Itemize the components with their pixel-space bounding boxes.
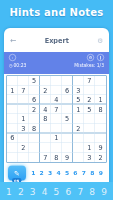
sudoku-cell[interactable] bbox=[40, 143, 51, 153]
numpad-digit[interactable]: 5 bbox=[54, 186, 60, 197]
notes-digit[interactable]: 9 bbox=[99, 170, 103, 177]
numpad-digit[interactable]: 7 bbox=[77, 186, 83, 197]
sudoku-cell[interactable] bbox=[73, 143, 84, 153]
sudoku-cell[interactable] bbox=[62, 95, 73, 105]
notes-digit-row: 123456789 bbox=[29, 170, 105, 177]
sudoku-cell[interactable]: 2 bbox=[73, 124, 84, 134]
notes-digit[interactable]: 1 bbox=[31, 170, 35, 177]
notes-digit[interactable]: 7 bbox=[82, 170, 86, 177]
navbar: ← Expert ⚙ bbox=[4, 28, 109, 52]
numpad-digit[interactable]: 6 bbox=[65, 186, 71, 197]
sudoku-cell[interactable] bbox=[84, 124, 95, 134]
sudoku-cell[interactable]: 5 bbox=[62, 114, 73, 124]
sudoku-cell[interactable] bbox=[7, 114, 18, 124]
sudoku-cell[interactable]: 6 bbox=[7, 133, 18, 143]
sudoku-cell[interactable]: 7 bbox=[84, 76, 95, 86]
screen: Hints and Notes ← Expert ⚙ ‹ ⚙ ‖ ◷ 00:23 bbox=[0, 0, 113, 200]
sudoku-cell[interactable] bbox=[18, 76, 29, 86]
sudoku-cell[interactable] bbox=[7, 95, 18, 105]
sudoku-cell[interactable] bbox=[51, 86, 62, 96]
sudoku-cell[interactable] bbox=[73, 114, 84, 124]
sudoku-cell[interactable]: 1 bbox=[84, 143, 95, 153]
sudoku-cell[interactable]: 1 bbox=[7, 86, 18, 96]
numpad-digit[interactable]: 3 bbox=[30, 186, 36, 197]
sudoku-cell[interactable]: 4 bbox=[40, 105, 51, 115]
sudoku-cell[interactable] bbox=[7, 124, 18, 134]
timer-value: 00:23 bbox=[13, 63, 26, 68]
sudoku-cell[interactable] bbox=[62, 143, 73, 153]
sudoku-cell[interactable]: 1 bbox=[18, 114, 29, 124]
sudoku-cell[interactable] bbox=[7, 143, 18, 153]
gear-icon[interactable]: ⚙ bbox=[87, 54, 94, 61]
sudoku-cell[interactable] bbox=[73, 76, 84, 86]
sudoku-cell[interactable] bbox=[95, 86, 106, 96]
sudoku-board: 5717263645212471581853826121978932 bbox=[6, 75, 107, 163]
notes-toggle-button[interactable]: ✎ ON bbox=[8, 166, 26, 181]
sudoku-cell[interactable]: 6 bbox=[62, 86, 73, 96]
sudoku-cell[interactable] bbox=[40, 76, 51, 86]
sudoku-cell[interactable] bbox=[29, 152, 40, 162]
sudoku-cell[interactable] bbox=[40, 95, 51, 105]
sudoku-cell[interactable] bbox=[29, 86, 40, 96]
sudoku-cell[interactable] bbox=[62, 105, 73, 115]
sudoku-cell[interactable]: 1 bbox=[95, 95, 106, 105]
sudoku-cell[interactable] bbox=[84, 114, 95, 124]
sudoku-cell[interactable] bbox=[51, 124, 62, 134]
clock-icon: ◷ bbox=[9, 63, 12, 68]
sudoku-cell[interactable]: 5 bbox=[29, 76, 40, 86]
sudoku-cell[interactable]: 3 bbox=[73, 86, 84, 96]
sudoku-cell[interactable]: 8 bbox=[95, 105, 106, 115]
sudoku-cell[interactable]: 5 bbox=[73, 95, 84, 105]
numpad-digit[interactable]: 9 bbox=[101, 186, 107, 197]
sudoku-cell[interactable] bbox=[95, 114, 106, 124]
sudoku-cell[interactable] bbox=[29, 143, 40, 153]
notes-digit[interactable]: 5 bbox=[65, 170, 69, 177]
sudoku-cell[interactable]: 8 bbox=[51, 152, 62, 162]
sudoku-cell[interactable] bbox=[18, 95, 29, 105]
notes-row: ✎ ON 123456789 bbox=[4, 163, 109, 183]
sudoku-cell[interactable] bbox=[84, 86, 95, 96]
sudoku-cell[interactable]: 8 bbox=[29, 124, 40, 134]
sudoku-cell[interactable] bbox=[62, 76, 73, 86]
back-arrow-icon[interactable]: ← bbox=[10, 36, 16, 45]
difficulty-label: Expert bbox=[45, 36, 69, 44]
sudoku-cell[interactable] bbox=[18, 105, 29, 115]
sudoku-cell[interactable]: 6 bbox=[29, 95, 40, 105]
sudoku-cell[interactable] bbox=[51, 143, 62, 153]
sudoku-cell[interactable] bbox=[51, 76, 62, 86]
sudoku-cell[interactable] bbox=[73, 152, 84, 162]
pencil-icon: ✎ bbox=[14, 169, 20, 177]
numpad-digit[interactable]: 2 bbox=[18, 186, 24, 197]
sudoku-cell[interactable] bbox=[62, 133, 73, 143]
number-pad: 123456789 bbox=[0, 182, 113, 200]
sudoku-cell[interactable]: 1 bbox=[51, 133, 62, 143]
sudoku-cell[interactable] bbox=[95, 133, 106, 143]
sudoku-cell[interactable]: 2 bbox=[84, 95, 95, 105]
sudoku-cell[interactable]: 2 bbox=[40, 86, 51, 96]
timer: ◷ 00:23 bbox=[9, 63, 26, 68]
sudoku-cell[interactable]: 7 bbox=[18, 86, 29, 96]
sudoku-cell[interactable] bbox=[29, 114, 40, 124]
sudoku-cell[interactable] bbox=[51, 114, 62, 124]
sudoku-cell[interactable] bbox=[40, 124, 51, 134]
sudoku-cell[interactable] bbox=[73, 133, 84, 143]
undo-back-icon[interactable]: ‹ bbox=[9, 54, 16, 61]
sudoku-cell[interactable]: 3 bbox=[84, 152, 95, 162]
sudoku-cell[interactable]: 1 bbox=[73, 105, 84, 115]
game-toolbar: ‹ ⚙ ‖ ◷ 00:23 Mistakes: 1/3 bbox=[4, 52, 109, 74]
sudoku-cell[interactable]: 5 bbox=[84, 105, 95, 115]
sudoku-cell[interactable] bbox=[18, 152, 29, 162]
sudoku-cell[interactable] bbox=[95, 76, 106, 86]
sudoku-cell[interactable]: 4 bbox=[51, 95, 62, 105]
sudoku-cell[interactable]: 9 bbox=[62, 152, 73, 162]
notes-digit[interactable]: 4 bbox=[56, 170, 60, 177]
sudoku-cell[interactable] bbox=[7, 152, 18, 162]
sudoku-cell[interactable] bbox=[18, 133, 29, 143]
sudoku-cell[interactable]: 9 bbox=[95, 143, 106, 153]
phone-mockup: ← Expert ⚙ ‹ ⚙ ‖ ◷ 00:23 Mistakes bbox=[4, 28, 109, 200]
numpad-digit[interactable]: 8 bbox=[89, 186, 95, 197]
notes-digit[interactable]: 8 bbox=[90, 170, 94, 177]
sudoku-cell[interactable] bbox=[7, 105, 18, 115]
sudoku-cell[interactable]: 2 bbox=[18, 143, 29, 153]
notes-digit[interactable]: 3 bbox=[48, 170, 52, 177]
pause-icon[interactable]: ‖ bbox=[97, 54, 104, 61]
notes-digit[interactable]: 2 bbox=[40, 170, 44, 177]
sudoku-cell[interactable] bbox=[84, 133, 95, 143]
sudoku-cell[interactable] bbox=[40, 133, 51, 143]
mistakes-counter: Mistakes: 1/3 bbox=[74, 63, 104, 68]
sudoku-cell[interactable]: 3 bbox=[18, 124, 29, 134]
sudoku-cell[interactable]: 7 bbox=[40, 152, 51, 162]
settings-gear-icon[interactable]: ⚙ bbox=[97, 36, 103, 44]
sudoku-cell[interactable]: 8 bbox=[40, 114, 51, 124]
sudoku-cell[interactable] bbox=[62, 124, 73, 134]
notes-digit[interactable]: 6 bbox=[73, 170, 77, 177]
numpad-digit[interactable]: 1 bbox=[6, 186, 12, 197]
page-title: Hints and Notes bbox=[0, 6, 113, 18]
sudoku-cell[interactable] bbox=[95, 124, 106, 134]
numpad-digit[interactable]: 4 bbox=[42, 186, 48, 197]
sudoku-cell[interactable]: 2 bbox=[29, 105, 40, 115]
sudoku-cell[interactable]: 7 bbox=[51, 105, 62, 115]
sudoku-cell[interactable] bbox=[29, 133, 40, 143]
sudoku-cell[interactable] bbox=[7, 76, 18, 86]
sudoku-cell[interactable]: 2 bbox=[95, 152, 106, 162]
